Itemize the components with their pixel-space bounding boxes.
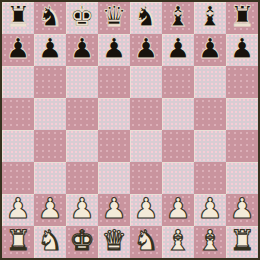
square-d6[interactable] bbox=[98, 66, 130, 98]
square-g7[interactable]: ♟ bbox=[194, 34, 226, 66]
white-pawn: ♟ bbox=[165, 193, 190, 225]
square-c5[interactable] bbox=[66, 98, 98, 130]
square-b2[interactable]: ♟ bbox=[34, 194, 66, 226]
square-b6[interactable] bbox=[34, 66, 66, 98]
white-pawn: ♟ bbox=[197, 193, 222, 225]
black-king: ♚ bbox=[69, 1, 94, 33]
square-g1[interactable]: ♝ bbox=[194, 226, 226, 258]
square-f8[interactable]: ♝ bbox=[162, 2, 194, 34]
white-pawn: ♟ bbox=[37, 193, 62, 225]
black-pawn: ♟ bbox=[165, 33, 190, 65]
black-knight: ♞ bbox=[133, 1, 158, 33]
black-bishop: ♝ bbox=[197, 1, 222, 33]
square-a1[interactable]: ♜ bbox=[2, 226, 34, 258]
square-e4[interactable] bbox=[130, 130, 162, 162]
square-b7[interactable]: ♟ bbox=[34, 34, 66, 66]
square-a6[interactable] bbox=[2, 66, 34, 98]
white-pawn: ♟ bbox=[5, 193, 30, 225]
white-pawn: ♟ bbox=[133, 193, 158, 225]
square-a7[interactable]: ♟ bbox=[2, 34, 34, 66]
square-g5[interactable] bbox=[194, 98, 226, 130]
black-pawn: ♟ bbox=[229, 33, 254, 65]
black-rook: ♜ bbox=[5, 1, 30, 33]
square-f4[interactable] bbox=[162, 130, 194, 162]
square-a5[interactable] bbox=[2, 98, 34, 130]
square-c4[interactable] bbox=[66, 130, 98, 162]
square-h3[interactable] bbox=[226, 162, 258, 194]
black-pawn: ♟ bbox=[197, 33, 222, 65]
square-d3[interactable] bbox=[98, 162, 130, 194]
square-f5[interactable] bbox=[162, 98, 194, 130]
square-a8[interactable]: ♜ bbox=[2, 2, 34, 34]
white-knight: ♞ bbox=[133, 225, 158, 257]
white-rook: ♜ bbox=[5, 225, 30, 257]
white-rook: ♜ bbox=[229, 225, 254, 257]
square-d1[interactable]: ♛ bbox=[98, 226, 130, 258]
square-e7[interactable]: ♟ bbox=[130, 34, 162, 66]
square-h1[interactable]: ♜ bbox=[226, 226, 258, 258]
square-c6[interactable] bbox=[66, 66, 98, 98]
square-e8[interactable]: ♞ bbox=[130, 2, 162, 34]
white-bishop: ♝ bbox=[165, 225, 190, 257]
square-e5[interactable] bbox=[130, 98, 162, 130]
square-f3[interactable] bbox=[162, 162, 194, 194]
black-pawn: ♟ bbox=[101, 33, 126, 65]
square-b1[interactable]: ♞ bbox=[34, 226, 66, 258]
square-f7[interactable]: ♟ bbox=[162, 34, 194, 66]
square-e2[interactable]: ♟ bbox=[130, 194, 162, 226]
square-h4[interactable] bbox=[226, 130, 258, 162]
white-pawn: ♟ bbox=[101, 193, 126, 225]
square-b8[interactable]: ♞ bbox=[34, 2, 66, 34]
square-b3[interactable] bbox=[34, 162, 66, 194]
square-f2[interactable]: ♟ bbox=[162, 194, 194, 226]
square-a3[interactable] bbox=[2, 162, 34, 194]
white-pawn: ♟ bbox=[69, 193, 94, 225]
black-pawn: ♟ bbox=[69, 33, 94, 65]
black-pawn: ♟ bbox=[5, 33, 30, 65]
square-g2[interactable]: ♟ bbox=[194, 194, 226, 226]
black-pawn: ♟ bbox=[37, 33, 62, 65]
white-king: ♚ bbox=[69, 225, 94, 257]
square-g4[interactable] bbox=[194, 130, 226, 162]
black-knight: ♞ bbox=[37, 1, 62, 33]
square-h2[interactable]: ♟ bbox=[226, 194, 258, 226]
square-b5[interactable] bbox=[34, 98, 66, 130]
square-d7[interactable]: ♟ bbox=[98, 34, 130, 66]
square-d5[interactable] bbox=[98, 98, 130, 130]
black-pawn: ♟ bbox=[133, 33, 158, 65]
square-d2[interactable]: ♟ bbox=[98, 194, 130, 226]
square-g3[interactable] bbox=[194, 162, 226, 194]
square-c3[interactable] bbox=[66, 162, 98, 194]
black-rook: ♜ bbox=[229, 1, 254, 33]
square-e1[interactable]: ♞ bbox=[130, 226, 162, 258]
square-h7[interactable]: ♟ bbox=[226, 34, 258, 66]
square-c7[interactable]: ♟ bbox=[66, 34, 98, 66]
square-f6[interactable] bbox=[162, 66, 194, 98]
white-bishop: ♝ bbox=[197, 225, 222, 257]
square-a4[interactable] bbox=[2, 130, 34, 162]
square-e3[interactable] bbox=[130, 162, 162, 194]
square-h6[interactable] bbox=[226, 66, 258, 98]
square-g8[interactable]: ♝ bbox=[194, 2, 226, 34]
square-b4[interactable] bbox=[34, 130, 66, 162]
square-g6[interactable] bbox=[194, 66, 226, 98]
square-h8[interactable]: ♜ bbox=[226, 2, 258, 34]
black-bishop: ♝ bbox=[165, 1, 190, 33]
square-c2[interactable]: ♟ bbox=[66, 194, 98, 226]
square-a2[interactable]: ♟ bbox=[2, 194, 34, 226]
white-knight: ♞ bbox=[37, 225, 62, 257]
square-c8[interactable]: ♚ bbox=[66, 2, 98, 34]
square-d8[interactable]: ♛ bbox=[98, 2, 130, 34]
square-c1[interactable]: ♚ bbox=[66, 226, 98, 258]
square-h5[interactable] bbox=[226, 98, 258, 130]
white-pawn: ♟ bbox=[229, 193, 254, 225]
square-e6[interactable] bbox=[130, 66, 162, 98]
white-queen: ♛ bbox=[101, 225, 126, 257]
square-f1[interactable]: ♝ bbox=[162, 226, 194, 258]
black-queen: ♛ bbox=[101, 1, 126, 33]
square-d4[interactable] bbox=[98, 130, 130, 162]
chess-board: ♜♞♚♛♞♝♝♜♟♟♟♟♟♟♟♟♟♟♟♟♟♟♟♟♜♞♚♛♞♝♝♜ bbox=[0, 0, 260, 260]
